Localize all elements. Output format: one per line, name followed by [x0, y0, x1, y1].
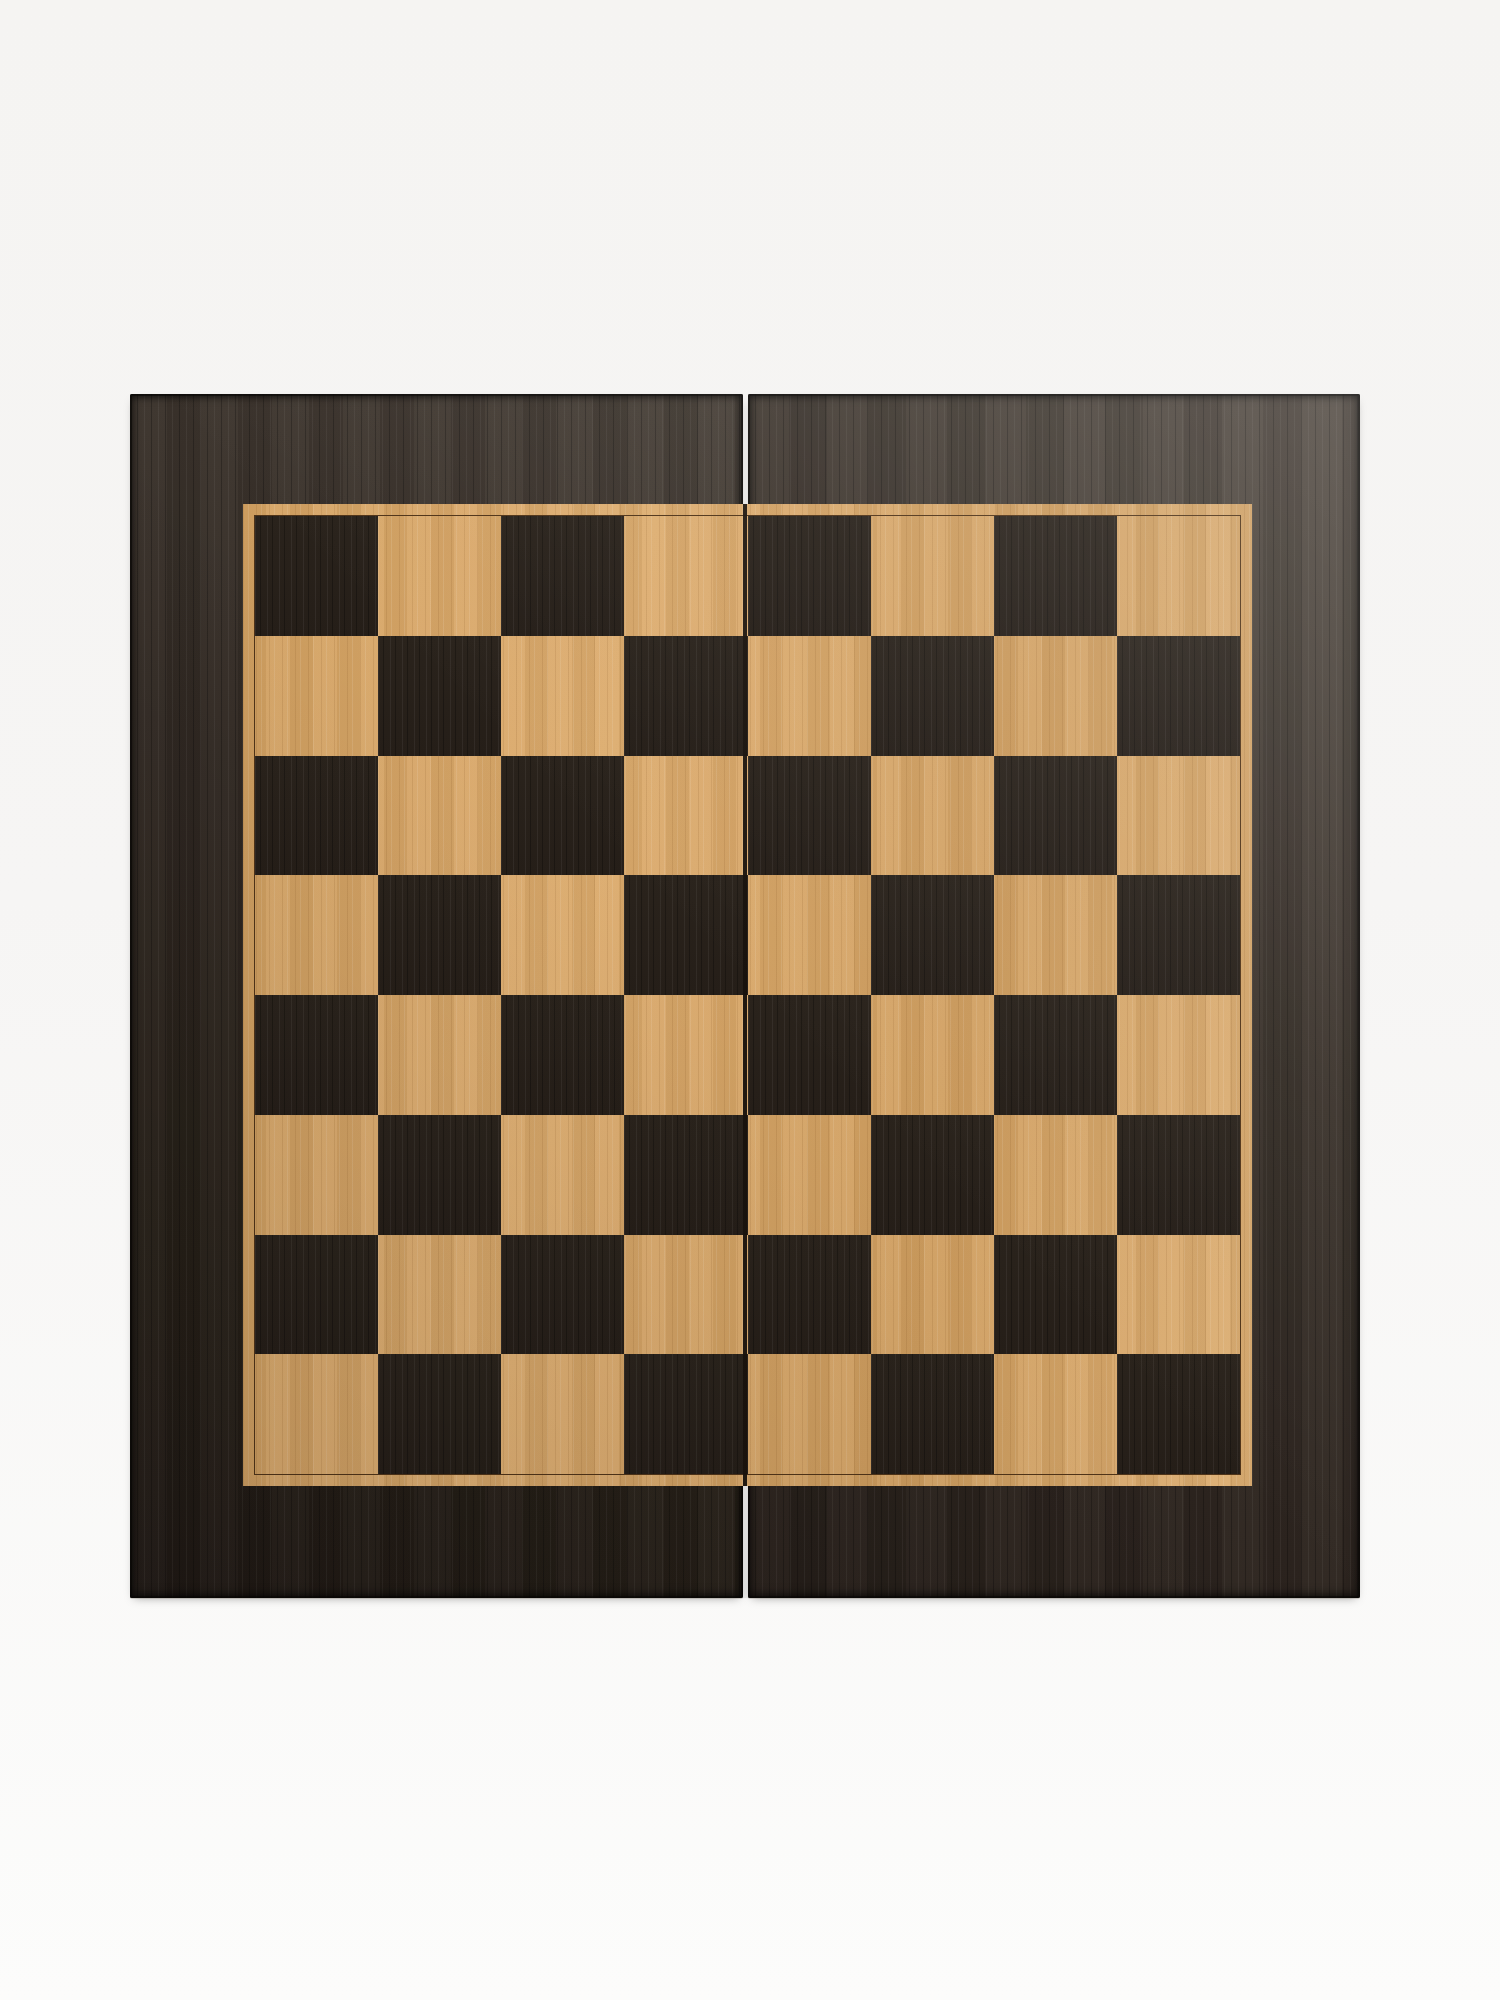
square-f3[interactable]: [871, 1115, 994, 1235]
square-h3[interactable]: [1117, 1115, 1240, 1235]
square-d8[interactable]: [624, 516, 747, 636]
square-a8[interactable]: [255, 516, 378, 636]
square-c8[interactable]: [501, 516, 624, 636]
square-b8[interactable]: [378, 516, 501, 636]
square-h7[interactable]: [1117, 636, 1240, 756]
hinge-seam: [743, 504, 747, 1486]
square-e5[interactable]: [748, 875, 871, 995]
square-f6[interactable]: [871, 756, 994, 876]
square-c4[interactable]: [501, 995, 624, 1115]
square-e1[interactable]: [748, 1354, 871, 1474]
square-f4[interactable]: [871, 995, 994, 1115]
square-a3[interactable]: [255, 1115, 378, 1235]
square-g7[interactable]: [994, 636, 1117, 756]
square-h5[interactable]: [1117, 875, 1240, 995]
square-d5[interactable]: [624, 875, 747, 995]
square-d6[interactable]: [624, 756, 747, 876]
square-f8[interactable]: [871, 516, 994, 636]
square-b2[interactable]: [378, 1235, 501, 1355]
square-b6[interactable]: [378, 756, 501, 876]
square-b4[interactable]: [378, 995, 501, 1115]
squares-grid: [255, 516, 1240, 1474]
square-a2[interactable]: [255, 1235, 378, 1355]
chess-board: [130, 394, 1360, 1598]
square-e4[interactable]: [748, 995, 871, 1115]
square-f2[interactable]: [871, 1235, 994, 1355]
square-a5[interactable]: [255, 875, 378, 995]
square-h1[interactable]: [1117, 1354, 1240, 1474]
square-e6[interactable]: [748, 756, 871, 876]
square-a6[interactable]: [255, 756, 378, 876]
square-f1[interactable]: [871, 1354, 994, 1474]
square-b5[interactable]: [378, 875, 501, 995]
square-b7[interactable]: [378, 636, 501, 756]
square-e3[interactable]: [748, 1115, 871, 1235]
square-e7[interactable]: [748, 636, 871, 756]
square-e2[interactable]: [748, 1235, 871, 1355]
square-a4[interactable]: [255, 995, 378, 1115]
square-g1[interactable]: [994, 1354, 1117, 1474]
square-c5[interactable]: [501, 875, 624, 995]
square-h8[interactable]: [1117, 516, 1240, 636]
square-g3[interactable]: [994, 1115, 1117, 1235]
square-c3[interactable]: [501, 1115, 624, 1235]
square-d2[interactable]: [624, 1235, 747, 1355]
square-g5[interactable]: [994, 875, 1117, 995]
square-e8[interactable]: [748, 516, 871, 636]
square-a7[interactable]: [255, 636, 378, 756]
square-c1[interactable]: [501, 1354, 624, 1474]
square-c7[interactable]: [501, 636, 624, 756]
square-h2[interactable]: [1117, 1235, 1240, 1355]
product-photo-background: [0, 0, 1500, 2000]
square-d4[interactable]: [624, 995, 747, 1115]
square-b1[interactable]: [378, 1354, 501, 1474]
square-g2[interactable]: [994, 1235, 1117, 1355]
square-b3[interactable]: [378, 1115, 501, 1235]
square-d3[interactable]: [624, 1115, 747, 1235]
square-c2[interactable]: [501, 1235, 624, 1355]
square-d1[interactable]: [624, 1354, 747, 1474]
square-g8[interactable]: [994, 516, 1117, 636]
square-h4[interactable]: [1117, 995, 1240, 1115]
playing-area: [243, 504, 1252, 1486]
square-f7[interactable]: [871, 636, 994, 756]
square-g4[interactable]: [994, 995, 1117, 1115]
square-d7[interactable]: [624, 636, 747, 756]
square-a1[interactable]: [255, 1354, 378, 1474]
square-f5[interactable]: [871, 875, 994, 995]
square-g6[interactable]: [994, 756, 1117, 876]
square-c6[interactable]: [501, 756, 624, 876]
square-h6[interactable]: [1117, 756, 1240, 876]
